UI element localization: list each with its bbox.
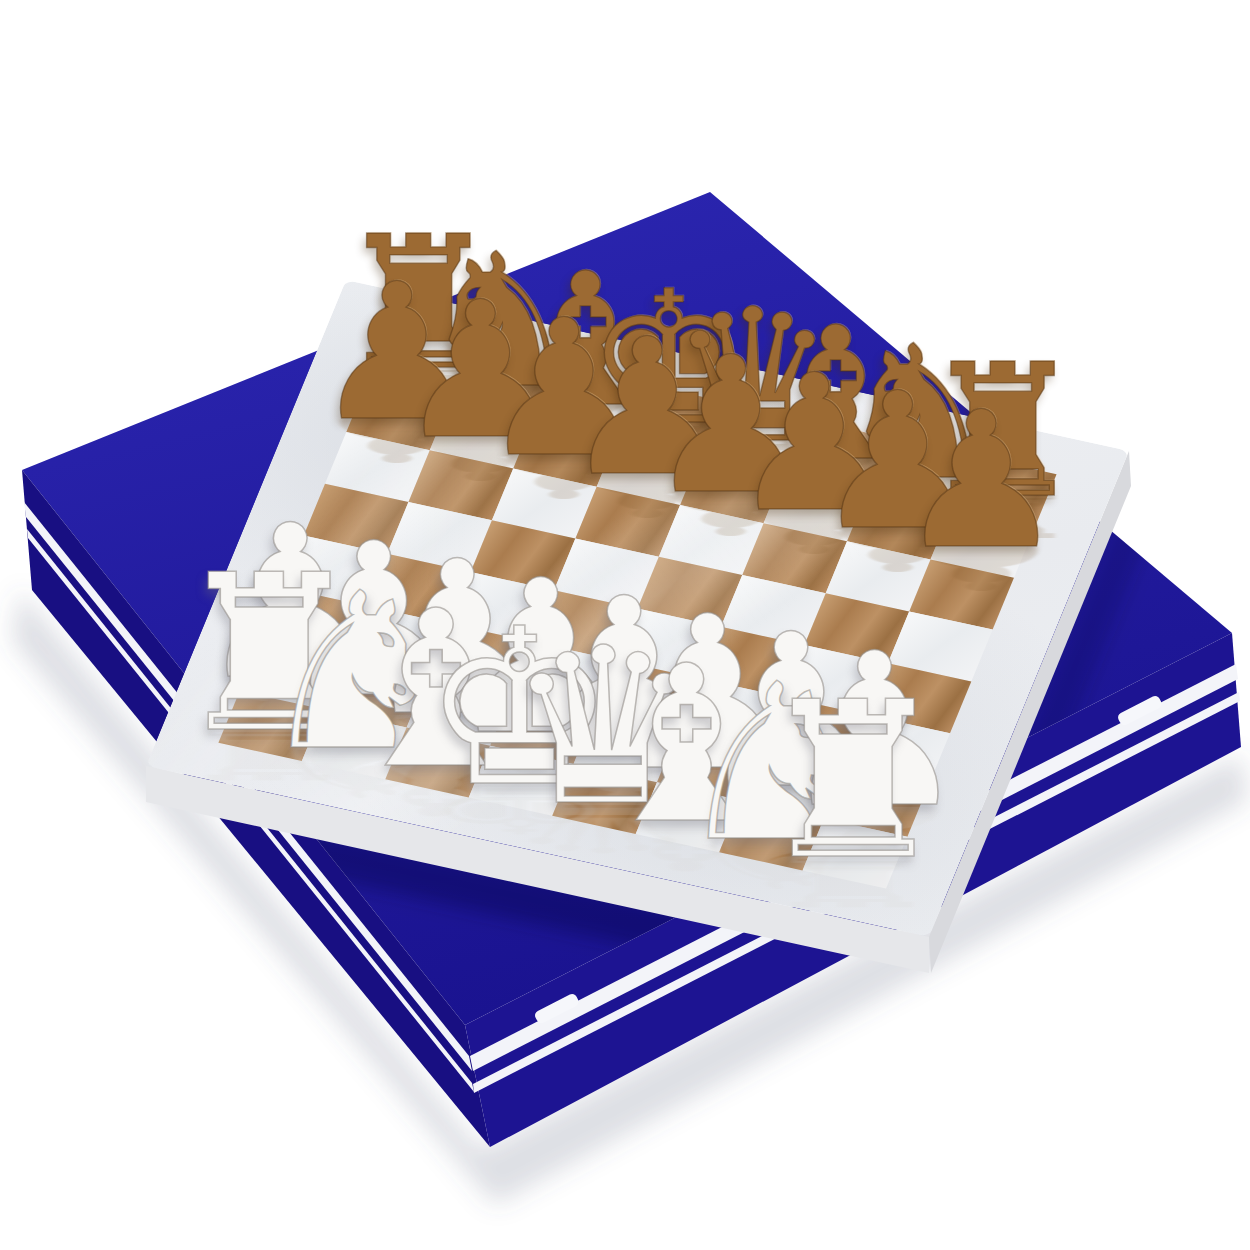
product-photo-scene: ♜♜♞♞♝♝♚♚♛♛♝♝♞♞♜♜♟♟♟♟♟♟♟♟♟♟♟♟♟♟♟♟♟♟♟♟♟♟♟♟… bbox=[0, 0, 1250, 1250]
